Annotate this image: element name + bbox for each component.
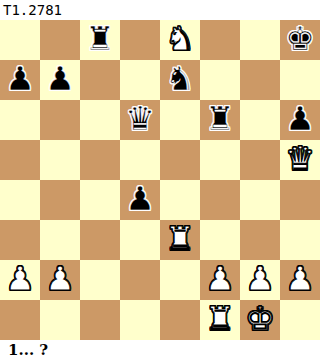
square-f7[interactable] bbox=[200, 60, 240, 100]
chess-board: ♜♞♚♟♟♞♛♜♟♛♟♜♟♟♟♟♟♜♚ bbox=[0, 20, 320, 340]
white-rook-e3: ♜ bbox=[165, 219, 195, 259]
square-b5[interactable] bbox=[40, 140, 80, 180]
square-b8[interactable] bbox=[40, 20, 80, 60]
white-pawn-g2: ♟ bbox=[245, 259, 275, 299]
white-knight-e8: ♞ bbox=[165, 19, 195, 59]
square-h6[interactable]: ♟ bbox=[280, 100, 320, 140]
square-d5[interactable] bbox=[120, 140, 160, 180]
black-queen-d6: ♛ bbox=[125, 99, 155, 139]
square-d6[interactable]: ♛ bbox=[120, 100, 160, 140]
square-b1[interactable] bbox=[40, 300, 80, 340]
square-e8[interactable]: ♞ bbox=[160, 20, 200, 60]
square-f6[interactable]: ♜ bbox=[200, 100, 240, 140]
white-pawn-b2: ♟ bbox=[45, 259, 75, 299]
square-g1[interactable]: ♚ bbox=[240, 300, 280, 340]
square-b7[interactable]: ♟ bbox=[40, 60, 80, 100]
square-f8[interactable] bbox=[200, 20, 240, 60]
square-h8[interactable]: ♚ bbox=[280, 20, 320, 60]
square-h7[interactable] bbox=[280, 60, 320, 100]
square-e6[interactable] bbox=[160, 100, 200, 140]
square-f4[interactable] bbox=[200, 180, 240, 220]
square-g4[interactable] bbox=[240, 180, 280, 220]
square-h4[interactable] bbox=[280, 180, 320, 220]
square-f5[interactable] bbox=[200, 140, 240, 180]
chess-app-window: T1.2781 ♜♞♚♟♟♞♛♜♟♛♟♜♟♟♟♟♟♜♚ 1... ? bbox=[0, 0, 320, 360]
square-f1[interactable]: ♜ bbox=[200, 300, 240, 340]
square-g3[interactable] bbox=[240, 220, 280, 260]
square-a4[interactable] bbox=[0, 180, 40, 220]
square-c7[interactable] bbox=[80, 60, 120, 100]
black-pawn-a7: ♟ bbox=[5, 59, 35, 99]
white-king-g1: ♚ bbox=[245, 299, 275, 339]
square-e3[interactable]: ♜ bbox=[160, 220, 200, 260]
square-g8[interactable] bbox=[240, 20, 280, 60]
square-d8[interactable] bbox=[120, 20, 160, 60]
square-h1[interactable] bbox=[280, 300, 320, 340]
white-rook-f1: ♜ bbox=[205, 299, 235, 339]
square-h3[interactable] bbox=[280, 220, 320, 260]
black-king-h8: ♚ bbox=[285, 19, 315, 59]
square-f2[interactable]: ♟ bbox=[200, 260, 240, 300]
white-pawn-f2: ♟ bbox=[205, 259, 235, 299]
move-prompt-label: 1... ? bbox=[8, 341, 48, 359]
square-f3[interactable] bbox=[200, 220, 240, 260]
square-c8[interactable]: ♜ bbox=[80, 20, 120, 60]
square-e2[interactable] bbox=[160, 260, 200, 300]
square-c1[interactable] bbox=[80, 300, 120, 340]
square-a7[interactable]: ♟ bbox=[0, 60, 40, 100]
black-pawn-b7: ♟ bbox=[45, 59, 75, 99]
square-c3[interactable] bbox=[80, 220, 120, 260]
statusbar: 1... ? bbox=[0, 340, 320, 360]
square-c4[interactable] bbox=[80, 180, 120, 220]
square-e5[interactable] bbox=[160, 140, 200, 180]
square-a1[interactable] bbox=[0, 300, 40, 340]
square-d2[interactable] bbox=[120, 260, 160, 300]
square-g5[interactable] bbox=[240, 140, 280, 180]
titlebar: T1.2781 bbox=[0, 0, 320, 20]
square-a6[interactable] bbox=[0, 100, 40, 140]
white-pawn-a2: ♟ bbox=[5, 259, 35, 299]
black-pawn-h6: ♟ bbox=[285, 99, 315, 139]
square-a3[interactable] bbox=[0, 220, 40, 260]
square-h2[interactable]: ♟ bbox=[280, 260, 320, 300]
black-rook-f6: ♜ bbox=[205, 99, 235, 139]
square-h5[interactable]: ♛ bbox=[280, 140, 320, 180]
square-g2[interactable]: ♟ bbox=[240, 260, 280, 300]
black-pawn-d4: ♟ bbox=[125, 179, 155, 219]
square-e1[interactable] bbox=[160, 300, 200, 340]
square-d1[interactable] bbox=[120, 300, 160, 340]
white-queen-h5: ♛ bbox=[285, 139, 315, 179]
square-a5[interactable] bbox=[0, 140, 40, 180]
square-d4[interactable]: ♟ bbox=[120, 180, 160, 220]
white-pawn-h2: ♟ bbox=[285, 259, 315, 299]
square-b3[interactable] bbox=[40, 220, 80, 260]
square-b4[interactable] bbox=[40, 180, 80, 220]
puzzle-id-label: T1.2781 bbox=[3, 2, 62, 18]
square-a2[interactable]: ♟ bbox=[0, 260, 40, 300]
black-rook-c8: ♜ bbox=[85, 19, 115, 59]
square-a8[interactable] bbox=[0, 20, 40, 60]
square-b6[interactable] bbox=[40, 100, 80, 140]
square-c2[interactable] bbox=[80, 260, 120, 300]
square-g7[interactable] bbox=[240, 60, 280, 100]
square-d7[interactable] bbox=[120, 60, 160, 100]
square-c5[interactable] bbox=[80, 140, 120, 180]
square-e4[interactable] bbox=[160, 180, 200, 220]
square-d3[interactable] bbox=[120, 220, 160, 260]
square-c6[interactable] bbox=[80, 100, 120, 140]
black-knight-e7: ♞ bbox=[165, 59, 195, 99]
square-g6[interactable] bbox=[240, 100, 280, 140]
square-e7[interactable]: ♞ bbox=[160, 60, 200, 100]
square-b2[interactable]: ♟ bbox=[40, 260, 80, 300]
